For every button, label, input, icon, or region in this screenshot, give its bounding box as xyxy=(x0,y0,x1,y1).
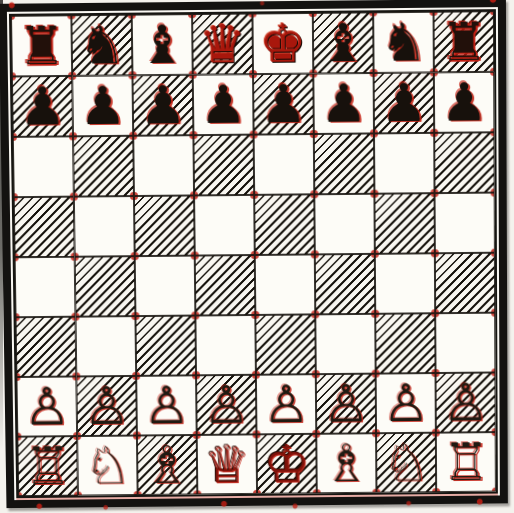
square-e2[interactable]: ♙ xyxy=(256,374,316,434)
square-c4[interactable] xyxy=(135,256,196,317)
piece-white-knight[interactable]: ♘ xyxy=(376,433,436,493)
square-c5[interactable] xyxy=(134,195,195,256)
piece-black-knight[interactable]: ♞ xyxy=(71,15,132,76)
square-b7[interactable]: ♟ xyxy=(72,75,133,136)
square-b4[interactable] xyxy=(75,256,136,317)
square-a2[interactable]: ♙ xyxy=(16,376,77,436)
square-a1[interactable]: ♖ xyxy=(17,436,78,496)
square-b6[interactable] xyxy=(73,136,134,197)
square-b3[interactable] xyxy=(75,316,136,376)
square-f8[interactable]: ♝ xyxy=(313,12,374,73)
square-f6[interactable] xyxy=(314,133,375,194)
square-f5[interactable] xyxy=(314,194,375,255)
square-a4[interactable] xyxy=(15,257,76,318)
square-e7[interactable]: ♟ xyxy=(253,74,314,135)
board-inner-border: ♜♞♝♛♚♝♞♜♟♟♟♟♟♟♟♟♙♙♙♙♙♙♙♙♖♘♗♕♔♗♘♖ xyxy=(9,9,498,498)
square-e5[interactable] xyxy=(254,194,315,255)
square-a5[interactable] xyxy=(14,197,75,258)
square-e8[interactable]: ♚ xyxy=(252,13,313,74)
square-c7[interactable]: ♟ xyxy=(132,75,193,136)
piece-white-pawn[interactable]: ♙ xyxy=(316,374,376,434)
square-d4[interactable] xyxy=(195,255,256,316)
piece-white-bishop[interactable]: ♗ xyxy=(137,435,197,495)
piece-white-knight[interactable]: ♘ xyxy=(77,436,138,496)
square-h2[interactable]: ♙ xyxy=(436,372,496,432)
square-g8[interactable]: ♞ xyxy=(373,12,434,73)
square-d3[interactable] xyxy=(195,315,256,375)
piece-white-pawn[interactable]: ♙ xyxy=(76,376,137,436)
square-g4[interactable] xyxy=(375,253,435,314)
piece-black-bishop[interactable]: ♝ xyxy=(313,12,374,73)
piece-black-pawn[interactable]: ♟ xyxy=(12,76,73,137)
square-h4[interactable] xyxy=(435,253,495,314)
square-d8[interactable]: ♛ xyxy=(192,14,253,75)
square-b5[interactable] xyxy=(74,196,135,257)
square-c1[interactable]: ♗ xyxy=(137,435,197,495)
square-h7[interactable]: ♟ xyxy=(434,72,495,133)
piece-white-queen[interactable]: ♕ xyxy=(197,434,257,494)
piece-white-pawn[interactable]: ♙ xyxy=(436,372,496,432)
square-d1[interactable]: ♕ xyxy=(197,434,257,494)
piece-white-pawn[interactable]: ♙ xyxy=(376,373,436,433)
piece-black-pawn[interactable]: ♟ xyxy=(253,74,314,135)
square-h6[interactable] xyxy=(434,132,494,193)
piece-black-pawn[interactable]: ♟ xyxy=(434,72,495,133)
piece-white-rook[interactable]: ♖ xyxy=(17,436,78,496)
square-c6[interactable] xyxy=(133,135,194,196)
chess-board: ♜♞♝♛♚♝♞♜♟♟♟♟♟♟♟♟♙♙♙♙♙♙♙♙♖♘♗♕♔♗♘♖ xyxy=(11,11,496,496)
square-e3[interactable] xyxy=(255,314,315,374)
square-d5[interactable] xyxy=(194,195,255,256)
square-h8[interactable]: ♜ xyxy=(434,11,495,72)
piece-white-rook[interactable]: ♖ xyxy=(436,432,496,492)
square-d7[interactable]: ♟ xyxy=(193,74,254,135)
piece-black-queen[interactable]: ♛ xyxy=(192,14,253,75)
square-d6[interactable] xyxy=(193,135,254,196)
piece-white-bishop[interactable]: ♗ xyxy=(316,433,376,493)
piece-black-pawn[interactable]: ♟ xyxy=(313,73,374,134)
square-c2[interactable]: ♙ xyxy=(136,375,197,435)
square-a3[interactable] xyxy=(16,317,77,377)
square-f7[interactable]: ♟ xyxy=(313,73,374,134)
scanned-diagram-page: ♜♞♝♛♚♝♞♜♟♟♟♟♟♟♟♟♙♙♙♙♙♙♙♙♖♘♗♕♔♗♘♖ xyxy=(0,0,514,513)
square-h1[interactable]: ♖ xyxy=(436,432,496,492)
piece-black-pawn[interactable]: ♟ xyxy=(374,72,435,133)
square-b8[interactable]: ♞ xyxy=(71,15,132,76)
square-e4[interactable] xyxy=(255,254,316,315)
piece-white-pawn[interactable]: ♙ xyxy=(256,374,316,434)
square-g7[interactable]: ♟ xyxy=(374,72,435,133)
square-f2[interactable]: ♙ xyxy=(316,374,376,434)
piece-black-pawn[interactable]: ♟ xyxy=(72,75,133,136)
piece-black-bishop[interactable]: ♝ xyxy=(132,14,193,75)
square-g1[interactable]: ♘ xyxy=(376,433,436,493)
red-ink-speckles-bottom xyxy=(20,497,494,513)
square-c3[interactable] xyxy=(135,316,196,376)
square-f3[interactable] xyxy=(315,314,375,374)
square-f4[interactable] xyxy=(315,254,375,315)
piece-white-king[interactable]: ♔ xyxy=(256,434,316,494)
board-frame: ♜♞♝♛♚♝♞♜♟♟♟♟♟♟♟♟♙♙♙♙♙♙♙♙♖♘♗♕♔♗♘♖ xyxy=(0,0,508,508)
square-g2[interactable]: ♙ xyxy=(376,373,436,433)
piece-black-king[interactable]: ♚ xyxy=(252,13,313,74)
piece-black-knight[interactable]: ♞ xyxy=(373,12,434,73)
square-g6[interactable] xyxy=(374,133,435,194)
piece-black-rook[interactable]: ♜ xyxy=(434,11,495,72)
square-g3[interactable] xyxy=(375,313,435,373)
square-d2[interactable]: ♙ xyxy=(196,375,256,435)
square-g5[interactable] xyxy=(374,193,434,254)
square-b1[interactable]: ♘ xyxy=(77,436,138,496)
square-c8[interactable]: ♝ xyxy=(132,14,193,75)
red-ink-speckles-top xyxy=(7,0,498,10)
piece-black-rook[interactable]: ♜ xyxy=(11,15,72,76)
square-e1[interactable]: ♔ xyxy=(256,434,316,494)
square-h5[interactable] xyxy=(435,193,495,254)
square-a8[interactable]: ♜ xyxy=(11,15,72,76)
piece-white-pawn[interactable]: ♙ xyxy=(196,375,256,435)
square-h3[interactable] xyxy=(435,313,495,373)
piece-black-pawn[interactable]: ♟ xyxy=(132,75,193,136)
square-a7[interactable]: ♟ xyxy=(12,76,73,137)
square-a6[interactable] xyxy=(13,136,74,197)
piece-black-pawn[interactable]: ♟ xyxy=(193,74,254,135)
square-f1[interactable]: ♗ xyxy=(316,433,376,493)
square-e6[interactable] xyxy=(254,134,315,195)
piece-white-pawn[interactable]: ♙ xyxy=(136,375,197,435)
square-b2[interactable]: ♙ xyxy=(76,376,137,436)
piece-white-pawn[interactable]: ♙ xyxy=(16,376,77,436)
